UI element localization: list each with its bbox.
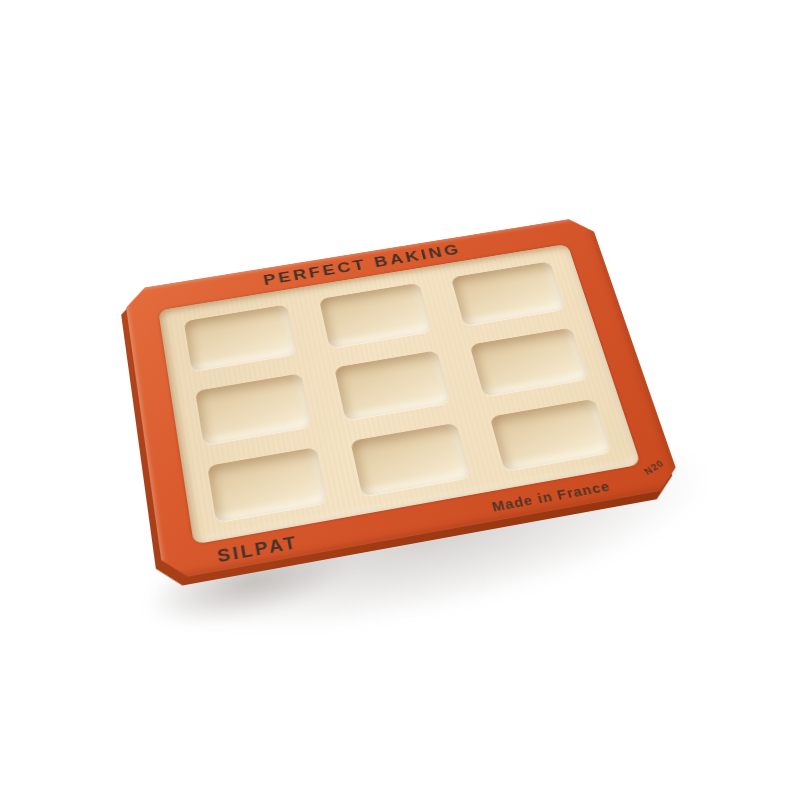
mold-cavity-2 — [319, 283, 433, 349]
silicone-baking-mat: PERFECT BAKING SILPAT Made in France N20 — [124, 216, 683, 581]
model-ref-label: N20 — [642, 458, 666, 477]
mold-cavity-1 — [184, 305, 297, 372]
mold-tray-surface — [158, 244, 641, 545]
cavity-grid — [158, 244, 641, 545]
mold-cavity-8 — [350, 422, 471, 496]
mold-cavity-5 — [334, 351, 451, 421]
mold-cavity-7 — [207, 447, 327, 523]
product-photo-stage: PERFECT BAKING SILPAT Made in France N20 — [0, 0, 800, 800]
mold-cavity-9 — [490, 398, 612, 471]
mold-cavity-6 — [470, 328, 588, 397]
perspective-scene: PERFECT BAKING SILPAT Made in France N20 — [0, 0, 800, 800]
mold-cavity-3 — [451, 261, 565, 326]
mold-cavity-4 — [195, 374, 311, 445]
